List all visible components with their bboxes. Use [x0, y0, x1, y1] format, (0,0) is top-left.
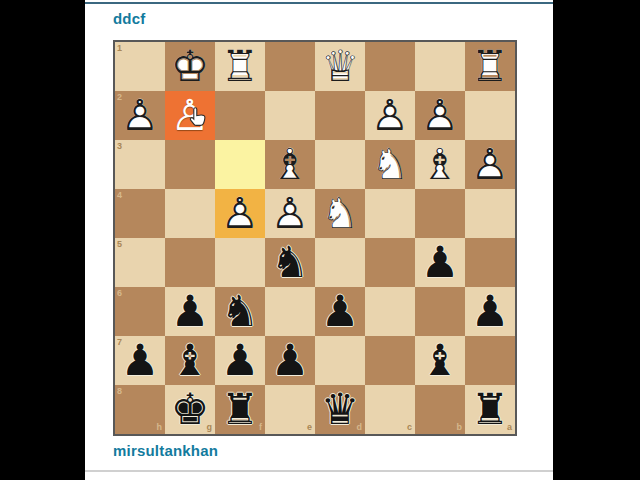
square-h6[interactable]: 6: [115, 287, 165, 336]
black-pawn[interactable]: ♟: [215, 336, 265, 385]
black-pawn[interactable]: ♟: [465, 287, 515, 336]
black-pawn[interactable]: ♟: [315, 287, 365, 336]
square-g1[interactable]: ♚♔: [165, 42, 215, 91]
white-pawn[interactable]: ♟♙: [365, 91, 415, 140]
square-d6[interactable]: ♟: [315, 287, 365, 336]
rank-label-3: 3: [117, 142, 122, 151]
square-f5[interactable]: [215, 238, 265, 287]
square-b6[interactable]: [415, 287, 465, 336]
square-b5[interactable]: ♟: [415, 238, 465, 287]
chess-board: 1♚♔♜♖♛♕♜♖2♟♙♙ ♟♙♟♙3♝♗♞♘♝♗♟♙4♟♙♟♙♞♘5♞♟6♟♞…: [113, 40, 517, 436]
square-g5[interactable]: [165, 238, 215, 287]
file-label-c: c: [407, 423, 412, 432]
file-label-b: b: [457, 423, 463, 432]
square-b4[interactable]: [415, 189, 465, 238]
white-pawn[interactable]: ♟♙: [215, 189, 265, 238]
square-e5[interactable]: ♞: [265, 238, 315, 287]
square-e4[interactable]: ♟♙: [265, 189, 315, 238]
black-knight[interactable]: ♞: [265, 238, 315, 287]
square-b1[interactable]: [415, 42, 465, 91]
square-d3[interactable]: [315, 140, 365, 189]
square-a4[interactable]: [465, 189, 515, 238]
square-c8[interactable]: c: [365, 385, 415, 434]
square-f1[interactable]: ♜♖: [215, 42, 265, 91]
black-pawn[interactable]: ♟: [115, 336, 165, 385]
rank-label-5: 5: [117, 240, 122, 249]
square-f6[interactable]: ♞: [215, 287, 265, 336]
rank-label-4: 4: [117, 191, 122, 200]
white-pawn[interactable]: ♟♙: [265, 189, 315, 238]
file-label-e: e: [307, 423, 312, 432]
square-d1[interactable]: ♛♕: [315, 42, 365, 91]
square-h3[interactable]: 3: [115, 140, 165, 189]
square-a7[interactable]: [465, 336, 515, 385]
square-e2[interactable]: [265, 91, 315, 140]
white-pawn[interactable]: ♟♙: [415, 91, 465, 140]
square-c6[interactable]: [365, 287, 415, 336]
square-c7[interactable]: [365, 336, 415, 385]
content-area: ddcf 1♚♔♜♖♛♕♜♖2♟♙♙ ♟♙♟♙3♝♗♞♘♝♗♟♙4♟♙♟♙♞♘5…: [85, 0, 553, 480]
square-e7[interactable]: ♟: [265, 336, 315, 385]
player-name-top: ddcf: [113, 10, 145, 27]
square-f2[interactable]: [215, 91, 265, 140]
square-b7[interactable]: ♝: [415, 336, 465, 385]
square-d7[interactable]: [315, 336, 365, 385]
square-d4[interactable]: ♞♘: [315, 189, 365, 238]
square-a5[interactable]: [465, 238, 515, 287]
square-c1[interactable]: [365, 42, 415, 91]
square-h8[interactable]: 8h: [115, 385, 165, 434]
square-a3[interactable]: ♟♙: [465, 140, 515, 189]
square-g8[interactable]: g♚: [165, 385, 215, 434]
white-bishop[interactable]: ♝♗: [415, 140, 465, 189]
square-f4[interactable]: ♟♙: [215, 189, 265, 238]
square-d8[interactable]: d♛: [315, 385, 365, 434]
square-h2[interactable]: 2♟♙: [115, 91, 165, 140]
square-h4[interactable]: 4: [115, 189, 165, 238]
black-rook[interactable]: ♜: [215, 385, 265, 434]
page-background: { "game": "chess", "window": { "backgrou…: [0, 0, 640, 480]
white-king[interactable]: ♚♔: [165, 42, 215, 91]
square-c4[interactable]: [365, 189, 415, 238]
square-a2[interactable]: [465, 91, 515, 140]
square-a6[interactable]: ♟: [465, 287, 515, 336]
black-queen[interactable]: ♛: [315, 385, 365, 434]
black-pawn[interactable]: ♟: [415, 238, 465, 287]
square-f3[interactable]: [215, 140, 265, 189]
square-a8[interactable]: a♜: [465, 385, 515, 434]
rank-label-8: 8: [117, 387, 122, 396]
white-queen[interactable]: ♛♕: [315, 42, 365, 91]
top-divider: [85, 2, 553, 4]
square-e3[interactable]: ♝♗: [265, 140, 315, 189]
square-b8[interactable]: b: [415, 385, 465, 434]
white-knight[interactable]: ♞♘: [365, 140, 415, 189]
square-f8[interactable]: f♜: [215, 385, 265, 434]
square-g6[interactable]: ♟: [165, 287, 215, 336]
square-c2[interactable]: ♟♙: [365, 91, 415, 140]
rank-label-1: 1: [117, 44, 122, 53]
square-d5[interactable]: [315, 238, 365, 287]
white-bishop[interactable]: ♝♗: [265, 140, 315, 189]
white-pawn[interactable]: ♟♙: [115, 91, 165, 140]
black-bishop[interactable]: ♝: [415, 336, 465, 385]
white-pawn[interactable]: ♙: [165, 91, 215, 140]
black-pawn[interactable]: ♟: [265, 336, 315, 385]
square-a1[interactable]: ♜♖: [465, 42, 515, 91]
square-e1[interactable]: [265, 42, 315, 91]
square-e8[interactable]: e: [265, 385, 315, 434]
player-name-bottom: mirsultankhan: [113, 442, 218, 459]
black-king[interactable]: ♚: [165, 385, 215, 434]
square-h5[interactable]: 5: [115, 238, 165, 287]
square-f7[interactable]: ♟: [215, 336, 265, 385]
black-bishop[interactable]: ♝: [165, 336, 215, 385]
rank-label-6: 6: [117, 289, 122, 298]
white-knight[interactable]: ♞♘: [315, 189, 365, 238]
square-b3[interactable]: ♝♗: [415, 140, 465, 189]
square-d2[interactable]: [315, 91, 365, 140]
square-h7[interactable]: 7♟: [115, 336, 165, 385]
black-knight[interactable]: ♞: [215, 287, 265, 336]
white-rook[interactable]: ♜♖: [215, 42, 265, 91]
square-g2[interactable]: ♙: [165, 91, 215, 140]
square-g7[interactable]: ♝: [165, 336, 215, 385]
square-c5[interactable]: [365, 238, 415, 287]
square-g4[interactable]: [165, 189, 215, 238]
white-pawn[interactable]: ♟♙: [465, 140, 515, 189]
white-rook[interactable]: ♜♖: [465, 42, 515, 91]
black-rook[interactable]: ♜: [465, 385, 515, 434]
square-h1[interactable]: 1: [115, 42, 165, 91]
file-label-h: h: [157, 423, 163, 432]
square-e6[interactable]: [265, 287, 315, 336]
square-g3[interactable]: [165, 140, 215, 189]
bottom-divider: [85, 470, 553, 472]
black-pawn[interactable]: ♟: [165, 287, 215, 336]
square-b2[interactable]: ♟♙: [415, 91, 465, 140]
square-c3[interactable]: ♞♘: [365, 140, 415, 189]
